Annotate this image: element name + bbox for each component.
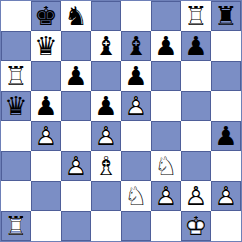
white-piece-outline: ♙ [181, 181, 211, 211]
white-piece-outline: ♗ [91, 151, 121, 181]
black-piece-glyph: ♝ [121, 31, 151, 61]
black-piece-glyph: ♜ [211, 1, 241, 31]
square-e6[interactable]: ♟ [121, 61, 151, 91]
piece-black-knight[interactable]: ♞ [61, 1, 91, 31]
white-piece-outline: ♖ [181, 1, 211, 31]
piece-black-bishop[interactable]: ♝ [121, 31, 151, 61]
black-piece-glyph: ♟ [151, 31, 181, 61]
square-h3[interactable] [211, 151, 241, 181]
square-f8[interactable] [151, 1, 181, 31]
piece-black-bishop[interactable]: ♝ [91, 31, 121, 61]
chess-board: ♚♞♜♖♜♛♝♝♟♟♜♖♟♟♛♟♟♟♙♟♙♟♙♟♟♙♝♗♞♘♞♘♟♙♟♙♟♙♜♖… [0, 0, 242, 242]
square-g8[interactable]: ♜♖ [181, 1, 211, 31]
square-b1[interactable] [31, 211, 61, 241]
square-b5[interactable]: ♟ [31, 91, 61, 121]
square-e1[interactable] [121, 211, 151, 241]
square-a2[interactable] [1, 181, 31, 211]
square-f1[interactable] [151, 211, 181, 241]
black-piece-glyph: ♚ [31, 1, 61, 31]
square-c1[interactable] [61, 211, 91, 241]
square-g4[interactable] [181, 121, 211, 151]
black-piece-glyph: ♟ [181, 31, 211, 61]
square-e8[interactable] [121, 1, 151, 31]
square-c8[interactable]: ♞ [61, 1, 91, 31]
square-d4[interactable]: ♟♙ [91, 121, 121, 151]
piece-white-pawn[interactable]: ♟♙ [91, 121, 121, 151]
square-d2[interactable] [91, 181, 121, 211]
square-f7[interactable]: ♟ [151, 31, 181, 61]
square-d5[interactable]: ♟ [91, 91, 121, 121]
square-g6[interactable] [181, 61, 211, 91]
square-c4[interactable] [61, 121, 91, 151]
square-a3[interactable] [1, 151, 31, 181]
square-a6[interactable]: ♜♖ [1, 61, 31, 91]
square-a1[interactable]: ♜♖ [1, 211, 31, 241]
white-piece-outline: ♙ [91, 121, 121, 151]
piece-black-pawn[interactable]: ♟ [151, 31, 181, 61]
white-piece-outline: ♙ [121, 91, 151, 121]
square-h2[interactable]: ♟♙ [211, 181, 241, 211]
piece-black-pawn[interactable]: ♟ [181, 31, 211, 61]
piece-black-king[interactable]: ♚ [31, 1, 61, 31]
white-piece-outline: ♘ [151, 151, 181, 181]
square-f5[interactable] [151, 91, 181, 121]
piece-white-rook[interactable]: ♜♖ [181, 1, 211, 31]
square-b3[interactable] [31, 151, 61, 181]
white-piece-outline: ♖ [1, 61, 31, 91]
square-e4[interactable] [121, 121, 151, 151]
square-b8[interactable]: ♚ [31, 1, 61, 31]
square-g2[interactable]: ♟♙ [181, 181, 211, 211]
square-g3[interactable] [181, 151, 211, 181]
square-h1[interactable] [211, 211, 241, 241]
square-f4[interactable] [151, 121, 181, 151]
white-piece-outline: ♘ [121, 181, 151, 211]
piece-black-queen[interactable]: ♛ [31, 31, 61, 61]
white-piece-outline: ♙ [31, 121, 61, 151]
piece-black-pawn[interactable]: ♟ [121, 61, 151, 91]
square-a7[interactable] [1, 31, 31, 61]
piece-black-rook[interactable]: ♜ [211, 1, 241, 31]
square-e3[interactable] [121, 151, 151, 181]
black-piece-glyph: ♟ [61, 61, 91, 91]
square-e7[interactable]: ♝ [121, 31, 151, 61]
piece-white-pawn[interactable]: ♟♙ [31, 121, 61, 151]
square-c2[interactable] [61, 181, 91, 211]
square-f2[interactable]: ♟♙ [151, 181, 181, 211]
square-b2[interactable] [31, 181, 61, 211]
piece-white-rook[interactable]: ♜♖ [1, 61, 31, 91]
piece-white-bishop[interactable]: ♝♗ [91, 151, 121, 181]
piece-black-pawn[interactable]: ♟ [91, 91, 121, 121]
square-b4[interactable]: ♟♙ [31, 121, 61, 151]
square-h8[interactable]: ♜ [211, 1, 241, 31]
piece-white-pawn[interactable]: ♟♙ [61, 151, 91, 181]
square-g5[interactable] [181, 91, 211, 121]
black-piece-glyph: ♝ [91, 31, 121, 61]
white-piece-outline: ♙ [61, 151, 91, 181]
square-e2[interactable]: ♞♘ [121, 181, 151, 211]
piece-white-king[interactable]: ♚♔ [181, 211, 211, 241]
square-c5[interactable] [61, 91, 91, 121]
piece-black-pawn[interactable]: ♟ [31, 91, 61, 121]
square-h4[interactable]: ♟ [211, 121, 241, 151]
piece-black-queen[interactable]: ♛ [1, 91, 31, 121]
black-piece-glyph: ♛ [1, 91, 31, 121]
piece-black-pawn[interactable]: ♟ [211, 121, 241, 151]
square-b6[interactable] [31, 61, 61, 91]
white-piece-outline: ♔ [181, 211, 211, 241]
square-d8[interactable] [91, 1, 121, 31]
square-h6[interactable] [211, 61, 241, 91]
black-piece-glyph: ♟ [91, 91, 121, 121]
piece-white-knight[interactable]: ♞♘ [151, 151, 181, 181]
square-d3[interactable]: ♝♗ [91, 151, 121, 181]
square-d1[interactable] [91, 211, 121, 241]
square-e5[interactable]: ♟♙ [121, 91, 151, 121]
square-f6[interactable] [151, 61, 181, 91]
white-piece-outline: ♙ [151, 181, 181, 211]
square-a4[interactable] [1, 121, 31, 151]
square-c3[interactable]: ♟♙ [61, 151, 91, 181]
white-piece-outline: ♖ [1, 211, 31, 241]
square-d7[interactable]: ♝ [91, 31, 121, 61]
square-g7[interactable]: ♟ [181, 31, 211, 61]
piece-white-rook[interactable]: ♜♖ [1, 211, 31, 241]
square-f3[interactable]: ♞♘ [151, 151, 181, 181]
square-h5[interactable] [211, 91, 241, 121]
square-h7[interactable] [211, 31, 241, 61]
black-piece-glyph: ♛ [31, 31, 61, 61]
black-piece-glyph: ♟ [31, 91, 61, 121]
square-a8[interactable] [1, 1, 31, 31]
piece-white-pawn[interactable]: ♟♙ [151, 181, 181, 211]
piece-black-pawn[interactable]: ♟ [61, 61, 91, 91]
square-c7[interactable] [61, 31, 91, 61]
piece-white-pawn[interactable]: ♟♙ [121, 91, 151, 121]
black-piece-glyph: ♟ [121, 61, 151, 91]
black-piece-glyph: ♟ [211, 121, 241, 151]
piece-white-pawn[interactable]: ♟♙ [181, 181, 211, 211]
black-piece-glyph: ♞ [61, 1, 91, 31]
piece-white-knight[interactable]: ♞♘ [121, 181, 151, 211]
white-piece-outline: ♙ [211, 181, 241, 211]
square-c6[interactable]: ♟ [61, 61, 91, 91]
square-g1[interactable]: ♚♔ [181, 211, 211, 241]
piece-white-pawn[interactable]: ♟♙ [211, 181, 241, 211]
square-a5[interactable]: ♛ [1, 91, 31, 121]
square-b7[interactable]: ♛ [31, 31, 61, 61]
square-d6[interactable] [91, 61, 121, 91]
